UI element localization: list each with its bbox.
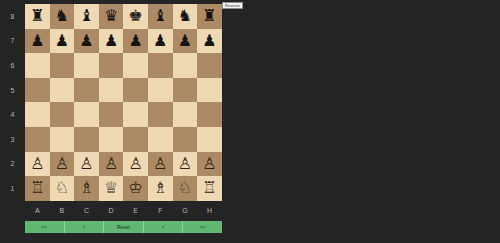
square-e5[interactable] bbox=[123, 78, 148, 103]
app-background: 87654321 ♜♞♝♛♚♝♞♜♟♟♟♟♟♟♟♟♙♙♙♙♙♙♙♙♖♘♗♕♔♗♘… bbox=[0, 0, 500, 243]
square-c5[interactable] bbox=[74, 78, 99, 103]
black-rook-piece: ♜ bbox=[30, 8, 44, 24]
square-h1[interactable]: ♖ bbox=[197, 176, 222, 201]
square-b4[interactable] bbox=[50, 102, 75, 127]
nav-first-button[interactable]: << bbox=[25, 221, 65, 233]
nav-next-button[interactable]: > bbox=[144, 221, 184, 233]
move-nav-bar: << < Reset > >> bbox=[25, 221, 222, 233]
black-pawn-piece: ♟ bbox=[30, 33, 44, 49]
square-a5[interactable] bbox=[25, 78, 50, 103]
square-h3[interactable] bbox=[197, 127, 222, 152]
rank-label-6: 6 bbox=[0, 53, 25, 78]
white-pawn-piece: ♙ bbox=[30, 156, 44, 172]
square-d6[interactable] bbox=[99, 53, 124, 78]
square-e1[interactable]: ♔ bbox=[123, 176, 148, 201]
black-pawn-piece: ♟ bbox=[178, 33, 192, 49]
square-g5[interactable] bbox=[173, 78, 198, 103]
rank-label-1: 1 bbox=[0, 176, 25, 201]
square-f2[interactable]: ♙ bbox=[148, 152, 173, 177]
rank-label-2: 2 bbox=[0, 152, 25, 177]
rank-label-5: 5 bbox=[0, 78, 25, 103]
square-g1[interactable]: ♘ bbox=[173, 176, 198, 201]
square-d1[interactable]: ♕ bbox=[99, 176, 124, 201]
white-pawn-piece: ♙ bbox=[104, 156, 118, 172]
rank-label-3: 3 bbox=[0, 127, 25, 152]
file-label-g: G bbox=[173, 203, 198, 217]
square-a4[interactable] bbox=[25, 102, 50, 127]
square-g4[interactable] bbox=[173, 102, 198, 127]
square-a1[interactable]: ♖ bbox=[25, 176, 50, 201]
rank-label-7: 7 bbox=[0, 29, 25, 54]
chess-board: ♜♞♝♛♚♝♞♜♟♟♟♟♟♟♟♟♙♙♙♙♙♙♙♙♖♘♗♕♔♗♘♖ bbox=[25, 4, 222, 201]
square-b3[interactable] bbox=[50, 127, 75, 152]
white-knight-piece: ♘ bbox=[178, 180, 192, 196]
square-e2[interactable]: ♙ bbox=[123, 152, 148, 177]
file-label-a: A bbox=[25, 203, 50, 217]
square-e6[interactable] bbox=[123, 53, 148, 78]
square-a3[interactable] bbox=[25, 127, 50, 152]
white-pawn-piece: ♙ bbox=[153, 156, 167, 172]
square-b2[interactable]: ♙ bbox=[50, 152, 75, 177]
square-h7[interactable]: ♟ bbox=[197, 29, 222, 54]
black-pawn-piece: ♟ bbox=[202, 33, 216, 49]
square-c8[interactable]: ♝ bbox=[74, 4, 99, 29]
square-f3[interactable] bbox=[148, 127, 173, 152]
file-labels: ABCDEFGH bbox=[25, 203, 222, 217]
square-g3[interactable] bbox=[173, 127, 198, 152]
black-knight-piece: ♞ bbox=[178, 8, 192, 24]
square-c2[interactable]: ♙ bbox=[74, 152, 99, 177]
square-e7[interactable]: ♟ bbox=[123, 29, 148, 54]
black-bishop-piece: ♝ bbox=[79, 8, 93, 24]
square-g2[interactable]: ♙ bbox=[173, 152, 198, 177]
square-d5[interactable] bbox=[99, 78, 124, 103]
square-h4[interactable] bbox=[197, 102, 222, 127]
square-c1[interactable]: ♗ bbox=[74, 176, 99, 201]
white-pawn-piece: ♙ bbox=[79, 156, 93, 172]
reverse-board-button[interactable]: Reverse bbox=[222, 2, 243, 9]
file-label-b: B bbox=[50, 203, 75, 217]
square-g8[interactable]: ♞ bbox=[173, 4, 198, 29]
black-pawn-piece: ♟ bbox=[104, 33, 118, 49]
black-queen-piece: ♛ bbox=[104, 8, 118, 24]
black-rook-piece: ♜ bbox=[202, 8, 216, 24]
square-e4[interactable] bbox=[123, 102, 148, 127]
square-b5[interactable] bbox=[50, 78, 75, 103]
square-f5[interactable] bbox=[148, 78, 173, 103]
nav-last-button[interactable]: >> bbox=[183, 221, 222, 233]
square-b8[interactable]: ♞ bbox=[50, 4, 75, 29]
file-label-d: D bbox=[99, 203, 124, 217]
file-label-h: H bbox=[197, 203, 222, 217]
white-knight-piece: ♘ bbox=[55, 180, 69, 196]
file-label-c: C bbox=[74, 203, 99, 217]
square-h6[interactable] bbox=[197, 53, 222, 78]
white-rook-piece: ♖ bbox=[202, 180, 216, 196]
white-pawn-piece: ♙ bbox=[178, 156, 192, 172]
square-a8[interactable]: ♜ bbox=[25, 4, 50, 29]
rank-label-4: 4 bbox=[0, 102, 25, 127]
white-queen-piece: ♕ bbox=[104, 180, 118, 196]
square-d2[interactable]: ♙ bbox=[99, 152, 124, 177]
square-h5[interactable] bbox=[197, 78, 222, 103]
white-rook-piece: ♖ bbox=[30, 180, 44, 196]
square-c3[interactable] bbox=[74, 127, 99, 152]
square-h8[interactable]: ♜ bbox=[197, 4, 222, 29]
nav-reset-button[interactable]: Reset bbox=[104, 221, 144, 233]
black-pawn-piece: ♟ bbox=[129, 33, 143, 49]
black-king-piece: ♚ bbox=[129, 8, 143, 24]
file-label-e: E bbox=[123, 203, 148, 217]
black-pawn-piece: ♟ bbox=[153, 33, 167, 49]
square-b7[interactable]: ♟ bbox=[50, 29, 75, 54]
square-d3[interactable] bbox=[99, 127, 124, 152]
rank-label-8: 8 bbox=[0, 4, 25, 29]
square-a6[interactable] bbox=[25, 53, 50, 78]
square-e8[interactable]: ♚ bbox=[123, 4, 148, 29]
square-e3[interactable] bbox=[123, 127, 148, 152]
square-h2[interactable]: ♙ bbox=[197, 152, 222, 177]
black-bishop-piece: ♝ bbox=[153, 8, 167, 24]
black-knight-piece: ♞ bbox=[55, 8, 69, 24]
white-pawn-piece: ♙ bbox=[129, 156, 143, 172]
black-pawn-piece: ♟ bbox=[55, 33, 69, 49]
rank-labels: 87654321 bbox=[0, 4, 25, 201]
black-pawn-piece: ♟ bbox=[79, 33, 93, 49]
square-a2[interactable]: ♙ bbox=[25, 152, 50, 177]
square-f6[interactable] bbox=[148, 53, 173, 78]
square-c6[interactable] bbox=[74, 53, 99, 78]
white-pawn-piece: ♙ bbox=[55, 156, 69, 172]
square-b1[interactable]: ♘ bbox=[50, 176, 75, 201]
square-b6[interactable] bbox=[50, 53, 75, 78]
square-f8[interactable]: ♝ bbox=[148, 4, 173, 29]
square-d8[interactable]: ♛ bbox=[99, 4, 124, 29]
white-bishop-piece: ♗ bbox=[153, 180, 167, 196]
white-pawn-piece: ♙ bbox=[202, 156, 216, 172]
square-a7[interactable]: ♟ bbox=[25, 29, 50, 54]
square-d7[interactable]: ♟ bbox=[99, 29, 124, 54]
square-f7[interactable]: ♟ bbox=[148, 29, 173, 54]
square-g7[interactable]: ♟ bbox=[173, 29, 198, 54]
square-c7[interactable]: ♟ bbox=[74, 29, 99, 54]
square-g6[interactable] bbox=[173, 53, 198, 78]
white-bishop-piece: ♗ bbox=[79, 180, 93, 196]
square-c4[interactable] bbox=[74, 102, 99, 127]
square-d4[interactable] bbox=[99, 102, 124, 127]
nav-prev-button[interactable]: < bbox=[65, 221, 105, 233]
file-label-f: F bbox=[148, 203, 173, 217]
square-f4[interactable] bbox=[148, 102, 173, 127]
white-king-piece: ♔ bbox=[129, 180, 143, 196]
square-f1[interactable]: ♗ bbox=[148, 176, 173, 201]
